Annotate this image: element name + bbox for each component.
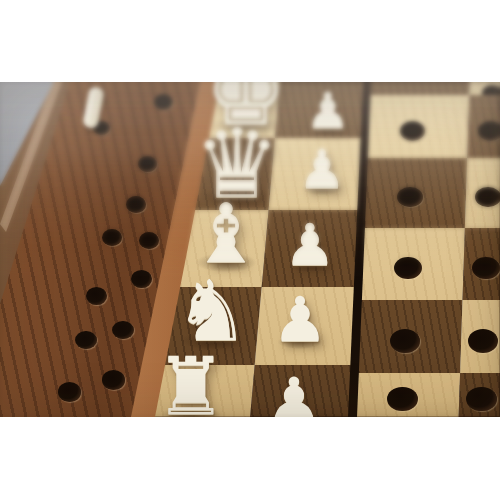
photo-frame: ♚♛♝♞♜♟♟♟♟♟	[0, 0, 500, 500]
white-pawn-a2-glyph: ♟	[265, 369, 323, 417]
peg-hole-d4	[475, 187, 500, 208]
white-pawn-b2-glyph: ♟	[272, 289, 328, 351]
cribbage-hole	[86, 287, 107, 305]
peg-hole-d3	[397, 187, 423, 208]
white-pawn-c2-glyph: ♟	[284, 216, 336, 274]
peg-hole-e3	[400, 121, 425, 141]
cribbage-hole	[154, 94, 173, 110]
peg-hole-b3	[390, 329, 420, 353]
games-box-photo: ♚♛♝♞♜♟♟♟♟♟	[0, 82, 500, 417]
cribbage-hole	[131, 270, 152, 288]
cribbage-hole	[138, 156, 157, 172]
peg-hole-c4	[472, 257, 500, 279]
cribbage-hole	[102, 229, 122, 246]
peg-hole-c3	[394, 257, 422, 279]
cribbage-hole	[102, 370, 125, 390]
peg-hole-b4	[468, 329, 498, 353]
cribbage-hole	[126, 196, 146, 213]
cribbage-hole	[139, 232, 159, 249]
cribbage-hole	[58, 382, 81, 402]
white-pawn-d2-glyph: ♟	[298, 143, 346, 197]
white-pawn-e2-glyph: ♟	[306, 86, 351, 136]
peg-hole-a3	[387, 387, 418, 412]
peg-hole-a4	[466, 387, 497, 412]
white-rook-glyph: ♜	[155, 347, 227, 417]
peg-hole-e4	[478, 121, 500, 141]
